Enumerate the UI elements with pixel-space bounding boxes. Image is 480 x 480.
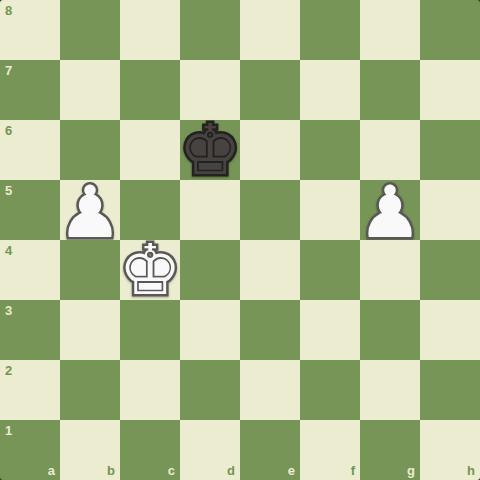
square-c5[interactable] bbox=[120, 180, 180, 240]
square-b2[interactable] bbox=[60, 360, 120, 420]
square-a7[interactable]: 7 bbox=[0, 60, 60, 120]
piece-glyph: ♚ bbox=[180, 120, 240, 180]
square-g3[interactable] bbox=[360, 300, 420, 360]
square-c7[interactable] bbox=[120, 60, 180, 120]
square-g6[interactable] bbox=[360, 120, 420, 180]
rank-label-7: 7 bbox=[5, 64, 12, 77]
square-g1[interactable]: g bbox=[360, 420, 420, 480]
square-c1[interactable]: c bbox=[120, 420, 180, 480]
square-g7[interactable] bbox=[360, 60, 420, 120]
square-a2[interactable]: 2 bbox=[0, 360, 60, 420]
chess-board: 876♚♚5♟♟♟♟4♚♚321abcdefgh bbox=[0, 0, 480, 480]
white-pawn[interactable]: ♟♟ bbox=[60, 180, 120, 240]
square-g8[interactable] bbox=[360, 0, 420, 60]
white-pawn[interactable]: ♟♟ bbox=[360, 180, 420, 240]
square-c4[interactable]: ♚♚ bbox=[120, 240, 180, 300]
piece-glyph-outline: ♚ bbox=[180, 120, 240, 180]
square-a8[interactable]: 8 bbox=[0, 0, 60, 60]
square-b8[interactable] bbox=[60, 0, 120, 60]
rank-label-3: 3 bbox=[5, 304, 12, 317]
square-e6[interactable] bbox=[240, 120, 300, 180]
square-d2[interactable] bbox=[180, 360, 240, 420]
square-h3[interactable] bbox=[420, 300, 480, 360]
square-h1[interactable]: h bbox=[420, 420, 480, 480]
file-label-e: e bbox=[288, 464, 295, 477]
square-h6[interactable] bbox=[420, 120, 480, 180]
rank-label-6: 6 bbox=[5, 124, 12, 137]
black-king[interactable]: ♚♚ bbox=[180, 120, 240, 180]
square-c8[interactable] bbox=[120, 0, 180, 60]
piece-glyph-outline: ♟ bbox=[60, 180, 120, 240]
file-label-b: b bbox=[107, 464, 115, 477]
piece-glyph: ♟ bbox=[60, 180, 120, 240]
square-a4[interactable]: 4 bbox=[0, 240, 60, 300]
piece-glyph: ♟ bbox=[360, 180, 420, 240]
rank-label-5: 5 bbox=[5, 184, 12, 197]
file-label-h: h bbox=[467, 464, 475, 477]
square-c2[interactable] bbox=[120, 360, 180, 420]
square-f3[interactable] bbox=[300, 300, 360, 360]
piece-glyph-outline: ♟ bbox=[360, 180, 420, 240]
square-b6[interactable] bbox=[60, 120, 120, 180]
square-h2[interactable] bbox=[420, 360, 480, 420]
square-e1[interactable]: e bbox=[240, 420, 300, 480]
rank-label-2: 2 bbox=[5, 364, 12, 377]
white-king[interactable]: ♚♚ bbox=[120, 240, 180, 300]
square-f7[interactable] bbox=[300, 60, 360, 120]
square-a3[interactable]: 3 bbox=[0, 300, 60, 360]
square-g2[interactable] bbox=[360, 360, 420, 420]
square-f4[interactable] bbox=[300, 240, 360, 300]
square-a1[interactable]: 1a bbox=[0, 420, 60, 480]
square-g5[interactable]: ♟♟ bbox=[360, 180, 420, 240]
square-d4[interactable] bbox=[180, 240, 240, 300]
square-c3[interactable] bbox=[120, 300, 180, 360]
square-e3[interactable] bbox=[240, 300, 300, 360]
square-f6[interactable] bbox=[300, 120, 360, 180]
piece-glyph: ♚ bbox=[120, 240, 180, 300]
rank-label-1: 1 bbox=[5, 424, 12, 437]
file-label-g: g bbox=[407, 464, 415, 477]
square-f5[interactable] bbox=[300, 180, 360, 240]
square-b7[interactable] bbox=[60, 60, 120, 120]
file-label-c: c bbox=[168, 464, 175, 477]
square-b3[interactable] bbox=[60, 300, 120, 360]
square-h8[interactable] bbox=[420, 0, 480, 60]
file-label-d: d bbox=[227, 464, 235, 477]
square-f2[interactable] bbox=[300, 360, 360, 420]
file-label-f: f bbox=[351, 464, 355, 477]
square-a5[interactable]: 5 bbox=[0, 180, 60, 240]
square-g4[interactable] bbox=[360, 240, 420, 300]
square-b5[interactable]: ♟♟ bbox=[60, 180, 120, 240]
square-e5[interactable] bbox=[240, 180, 300, 240]
square-e4[interactable] bbox=[240, 240, 300, 300]
square-h4[interactable] bbox=[420, 240, 480, 300]
square-h5[interactable] bbox=[420, 180, 480, 240]
square-c6[interactable] bbox=[120, 120, 180, 180]
square-e8[interactable] bbox=[240, 0, 300, 60]
square-f1[interactable]: f bbox=[300, 420, 360, 480]
square-d6[interactable]: ♚♚ bbox=[180, 120, 240, 180]
rank-label-8: 8 bbox=[5, 4, 12, 17]
square-b4[interactable] bbox=[60, 240, 120, 300]
square-e7[interactable] bbox=[240, 60, 300, 120]
square-d1[interactable]: d bbox=[180, 420, 240, 480]
square-h7[interactable] bbox=[420, 60, 480, 120]
square-b1[interactable]: b bbox=[60, 420, 120, 480]
square-f8[interactable] bbox=[300, 0, 360, 60]
square-a6[interactable]: 6 bbox=[0, 120, 60, 180]
square-e2[interactable] bbox=[240, 360, 300, 420]
square-d7[interactable] bbox=[180, 60, 240, 120]
square-d5[interactable] bbox=[180, 180, 240, 240]
square-d8[interactable] bbox=[180, 0, 240, 60]
rank-label-4: 4 bbox=[5, 244, 12, 257]
square-d3[interactable] bbox=[180, 300, 240, 360]
piece-glyph-outline: ♚ bbox=[120, 240, 180, 300]
file-label-a: a bbox=[48, 464, 55, 477]
